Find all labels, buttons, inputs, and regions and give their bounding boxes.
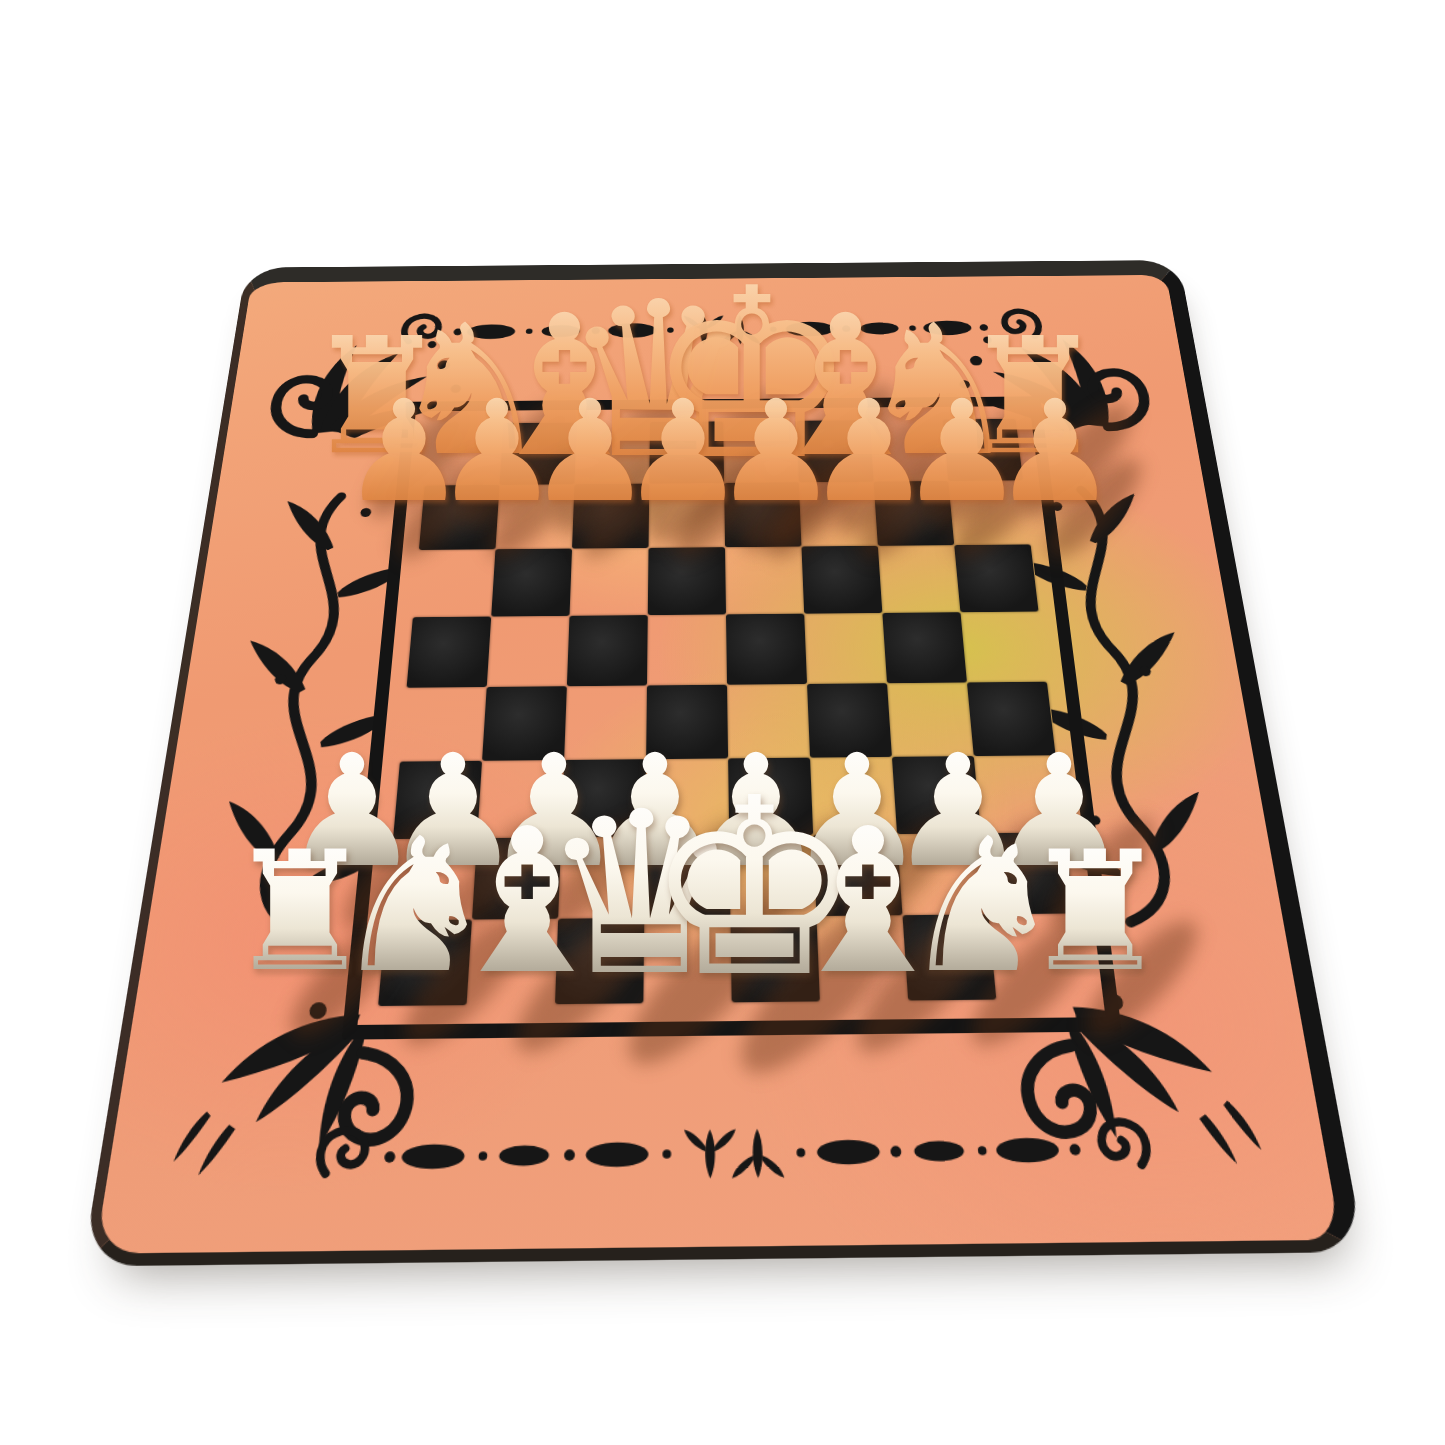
dotted-band-bottom-icon (242, 1113, 1225, 1195)
square-e6[interactable] (725, 547, 804, 615)
square-c5[interactable] (567, 615, 648, 686)
square-d5[interactable] (647, 614, 727, 685)
square-b6[interactable] (491, 549, 572, 617)
square-h5[interactable] (960, 612, 1046, 683)
photo-canvas: ♜♞♝♛♚♝♞♜♟♟♟♟♟♟♟♟♟♟♟♟♟♟♟♟♜♞♝♛♚♝♞♜ (0, 0, 1445, 1445)
piece-white-rook-h1[interactable]: ♜ (1021, 830, 1169, 995)
square-c6[interactable] (570, 548, 649, 616)
square-g5[interactable] (882, 612, 967, 683)
square-a5[interactable] (407, 617, 492, 688)
square-e5[interactable] (726, 614, 807, 685)
square-b5[interactable] (487, 616, 570, 687)
square-g6[interactable] (878, 545, 961, 613)
square-a6[interactable] (413, 549, 496, 617)
square-f5[interactable] (804, 613, 887, 684)
piece-orange-pawn-h7[interactable]: ♟ (992, 382, 1118, 522)
